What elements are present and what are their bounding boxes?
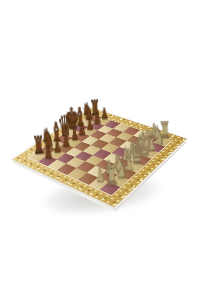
piece-black-knight: ♞: [38, 125, 57, 152]
piece-black-pawn: ♟: [96, 106, 113, 122]
product-photo: ♜♞♝♛♚♝♞♜♟♟♟♟♟♟♟♟♟♟♟♟♟♟♟♟♜♞♝♛♚♝♞♜: [0, 0, 200, 300]
piece-black-rook: ♜: [30, 133, 49, 158]
piece-black-pawn: ♟: [89, 111, 106, 128]
piece-white-pawn: ♟: [116, 145, 136, 164]
piece-black-pawn: ♟: [57, 132, 75, 150]
piece-white-queen: ♛: [126, 136, 147, 169]
piece-white-bishop: ♝: [118, 145, 139, 176]
piece-black-king: ♚: [64, 104, 82, 135]
piece-white-rook: ♜: [155, 119, 174, 144]
piece-white-pawn: ♟: [131, 133, 150, 151]
piece-white-pawn: ♟: [145, 122, 163, 140]
piece-black-knight: ♞: [79, 100, 96, 124]
piece-white-pawn: ♟: [123, 139, 142, 158]
piece-black-pawn: ♟: [74, 121, 92, 138]
piece-white-knight: ♞: [148, 122, 167, 149]
piece-black-pawn: ♟: [39, 144, 58, 163]
piece-white-knight: ♞: [110, 153, 131, 183]
piece-white-pawn: ♟: [138, 127, 156, 145]
piece-black-queen: ♛: [56, 111, 75, 140]
piece-black-pawn: ♟: [65, 126, 83, 143]
piece-black-rook: ♜: [87, 97, 104, 119]
piece-black-bishop: ♝: [47, 119, 66, 146]
piece-black-bishop: ♝: [72, 104, 90, 130]
piece-white-king: ♚: [133, 128, 154, 162]
piece-white-pawn: ♟: [107, 151, 127, 170]
piece-white-bishop: ♝: [141, 126, 161, 155]
piece-white-pawn: ♟: [90, 165, 111, 185]
piece-black-pawn: ♟: [81, 116, 98, 133]
piece-black-pawn: ♟: [48, 138, 67, 156]
piece-white-rook: ♜: [101, 162, 123, 190]
piece-white-pawn: ♟: [99, 158, 119, 178]
